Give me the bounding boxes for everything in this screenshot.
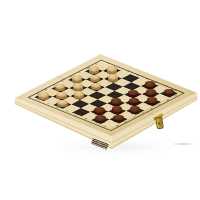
checker-dark xyxy=(146,89,156,95)
brass-latch xyxy=(151,112,169,130)
checker-dark xyxy=(147,97,157,103)
checker-dark xyxy=(145,81,155,87)
checker-light xyxy=(57,100,67,106)
checker-light xyxy=(55,84,65,90)
checker-dark xyxy=(94,107,104,113)
checker-light xyxy=(91,83,101,89)
checker-dark xyxy=(113,115,123,121)
pieces-layer xyxy=(0,0,200,200)
checker-dark xyxy=(164,89,174,95)
checker-light xyxy=(73,83,83,89)
checker-dark xyxy=(95,115,105,121)
checker-light xyxy=(108,74,118,80)
checker-light xyxy=(72,75,82,81)
checker-light xyxy=(107,66,117,72)
latch-slot-icon xyxy=(158,121,160,125)
checker-dark xyxy=(112,106,122,112)
checker-light xyxy=(38,92,48,98)
checker-light xyxy=(90,75,100,81)
checker-dark xyxy=(111,98,121,104)
checker-dark xyxy=(128,90,138,96)
checker-light xyxy=(89,66,99,72)
product-photo-stage: 12345678 12345678 abcdefgh abcdefgh xyxy=(0,0,200,200)
checker-light xyxy=(56,92,66,98)
checker-dark xyxy=(129,98,139,104)
checker-dark xyxy=(130,106,140,112)
watermark xyxy=(172,143,194,145)
checker-light xyxy=(74,91,84,97)
